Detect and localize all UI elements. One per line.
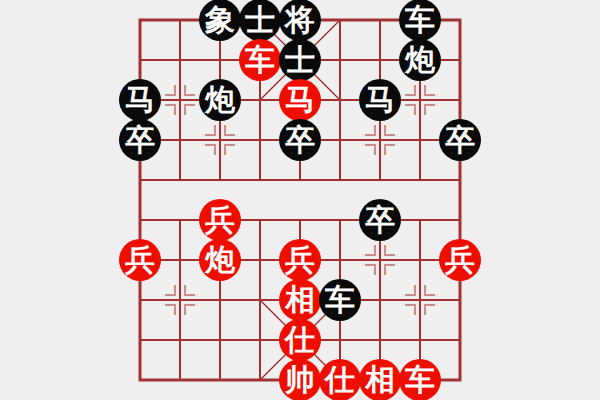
piece-red-soldier[interactable]: 兵 [119, 239, 161, 281]
piece-black-chariot[interactable]: 车 [319, 279, 361, 321]
piece-red-elephant[interactable]: 相 [279, 279, 321, 321]
piece-black-soldier[interactable]: 卒 [359, 199, 401, 241]
piece-red-chariot[interactable]: 车 [239, 39, 281, 81]
piece-red-advisor[interactable]: 仕 [279, 319, 321, 361]
piece-red-soldier[interactable]: 兵 [439, 239, 481, 281]
piece-black-cannon[interactable]: 炮 [199, 79, 241, 121]
piece-black-general[interactable]: 将 [279, 0, 321, 41]
piece-black-elephant[interactable]: 象 [199, 0, 241, 41]
xiangqi-app: 象士将车车士炮马炮马马卒卒卒兵卒兵炮兵兵相车仕帅仕相车 [0, 0, 600, 400]
xiangqi-board[interactable]: 象士将车车士炮马炮马马卒卒卒兵卒兵炮兵兵相车仕帅仕相车 [140, 20, 460, 380]
piece-black-advisor[interactable]: 士 [239, 0, 281, 41]
piece-black-cannon[interactable]: 炮 [399, 39, 441, 81]
piece-red-chariot[interactable]: 车 [399, 359, 441, 400]
piece-black-soldier[interactable]: 卒 [119, 119, 161, 161]
piece-red-soldier[interactable]: 兵 [199, 199, 241, 241]
piece-red-general[interactable]: 帅 [279, 359, 321, 400]
piece-black-advisor[interactable]: 士 [279, 39, 321, 81]
piece-red-horse[interactable]: 马 [279, 79, 321, 121]
piece-black-horse[interactable]: 马 [119, 79, 161, 121]
piece-red-elephant[interactable]: 相 [359, 359, 401, 400]
piece-red-cannon[interactable]: 炮 [199, 239, 241, 281]
piece-black-soldier[interactable]: 卒 [439, 119, 481, 161]
piece-black-chariot[interactable]: 车 [399, 0, 441, 41]
piece-red-soldier[interactable]: 兵 [279, 239, 321, 281]
piece-black-horse[interactable]: 马 [359, 79, 401, 121]
piece-black-soldier[interactable]: 卒 [279, 119, 321, 161]
piece-red-advisor[interactable]: 仕 [319, 359, 361, 400]
